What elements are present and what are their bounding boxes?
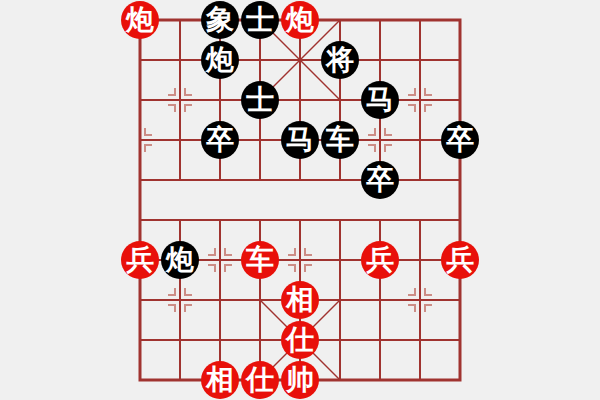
piece-red-elephant[interactable]: 相	[281, 281, 319, 319]
piece-black-advisor[interactable]: 士	[241, 81, 279, 119]
piece-black-general[interactable]: 将	[321, 41, 359, 79]
piece-black-horse[interactable]: 马	[281, 121, 319, 159]
piece-black-soldier[interactable]: 卒	[201, 121, 239, 159]
piece-black-cannon[interactable]: 炮	[201, 41, 239, 79]
piece-red-advisor[interactable]: 仕	[281, 321, 319, 359]
piece-black-horse[interactable]: 马	[361, 81, 399, 119]
piece-black-soldier[interactable]: 卒	[361, 161, 399, 199]
piece-red-soldier[interactable]: 兵	[121, 241, 159, 279]
piece-red-elephant[interactable]: 相	[201, 361, 239, 399]
piece-red-cannon[interactable]: 炮	[281, 1, 319, 39]
piece-red-soldier[interactable]: 兵	[441, 241, 479, 279]
xiangqi-screen: 炮象士炮炮将士马卒马车卒卒兵炮车兵兵相仕相仕帅	[0, 0, 600, 400]
piece-black-soldier[interactable]: 卒	[441, 121, 479, 159]
piece-red-advisor[interactable]: 仕	[241, 361, 279, 399]
piece-red-cannon[interactable]: 炮	[121, 1, 159, 39]
piece-red-chariot[interactable]: 车	[241, 241, 279, 279]
piece-red-soldier[interactable]: 兵	[361, 241, 399, 279]
piece-black-chariot[interactable]: 车	[321, 121, 359, 159]
piece-red-general[interactable]: 帅	[281, 361, 319, 399]
piece-black-cannon[interactable]: 炮	[161, 241, 199, 279]
piece-black-elephant[interactable]: 象	[201, 1, 239, 39]
piece-black-advisor[interactable]: 士	[241, 1, 279, 39]
